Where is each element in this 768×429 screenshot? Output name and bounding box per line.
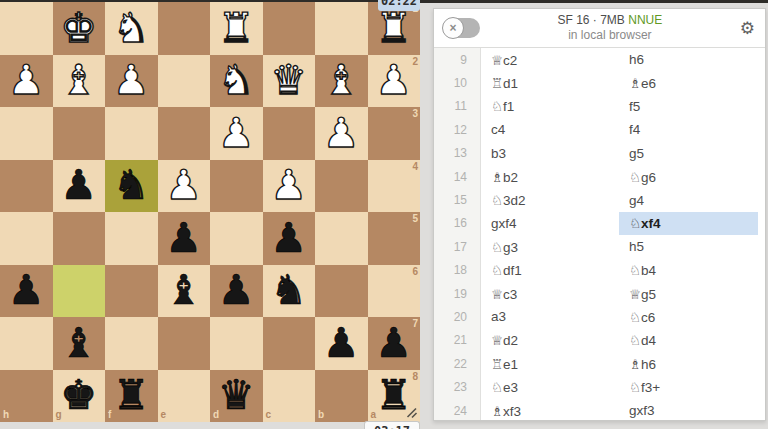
square-a6[interactable]: 6 [368,265,421,318]
toggle-off-icon: × [442,17,464,39]
square-g7[interactable]: ♝ [53,317,106,370]
move-number: 18 [434,259,481,282]
square-d8[interactable]: ♛d [210,370,263,423]
opponent-clock: 02:22 [378,0,420,11]
square-b1[interactable] [315,2,368,55]
square-a4[interactable]: 4 [368,160,421,213]
square-e6[interactable]: ♝ [158,265,211,318]
square-d6[interactable]: ♟ [210,265,263,318]
file-label: a [371,410,377,420]
square-f6[interactable] [105,265,158,318]
move-white[interactable]: ♗xf3 [481,399,619,420]
move-white[interactable]: b3 [481,142,619,165]
move-row: 23♘e3♘f3+ [434,375,765,398]
white-pawn: ♟ [263,160,316,213]
square-b6[interactable] [315,265,368,318]
square-d7[interactable] [210,317,263,370]
file-label: b [318,410,324,420]
move-row: 24♗xf3gxf3 [434,399,765,420]
move-row: 15♘3d2g4 [434,188,765,211]
file-label: h [3,410,9,420]
move-black[interactable]: ♗e6 [619,71,758,94]
square-h7[interactable] [0,317,53,370]
black-pawn: ♟ [210,265,263,318]
move-number: 14 [434,165,481,188]
file-label: f [108,410,111,420]
move-white[interactable]: ♕d2 [481,329,619,352]
white-pawn: ♟ [105,55,158,108]
move-white[interactable]: ♘g3 [481,235,619,258]
square-c6[interactable]: ♞ [263,265,316,318]
move-row: 16gxf4♘xf4 [434,212,765,235]
square-f5[interactable] [105,212,158,265]
square-e7[interactable] [158,317,211,370]
square-g3[interactable] [53,107,106,160]
square-h4[interactable] [0,160,53,213]
black-rook: ♜ [105,370,158,423]
file-label: e [161,410,167,420]
square-f3[interactable] [105,107,158,160]
square-e2[interactable] [158,55,211,108]
square-e3[interactable] [158,107,211,160]
rank-label: 3 [412,109,418,119]
move-number: 11 [434,95,481,118]
black-pawn: ♟ [263,212,316,265]
move-white[interactable]: ♕c2 [481,48,619,71]
black-bishop: ♝ [158,265,211,318]
move-number: 15 [434,188,481,211]
chess-board: ♚♞♜♜1♟♝♟♞♛♝♟2♟♟3♟♞♟♟4♟♟5♟♝♟♞6♝♟♟7h♚g♜fe♛… [0,2,420,422]
move-white[interactable]: ♕c3 [481,282,619,305]
engine-name: SF 16 · 7MB NNUE [480,13,740,28]
white-bishop: ♝ [53,55,106,108]
rank-label: 7 [412,319,418,329]
move-black[interactable]: f5 [619,95,758,118]
square-b2[interactable]: ♝ [315,55,368,108]
move-row: 9♕c2h6 [434,48,765,71]
move-number: 22 [434,352,481,375]
gear-icon[interactable]: ⚙ [740,18,755,39]
square-a7[interactable]: ♟7 [368,317,421,370]
move-row: 10♖d1♗e6 [434,71,765,94]
square-e4[interactable]: ♟ [158,160,211,213]
white-pawn: ♟ [0,55,53,108]
move-black[interactable]: ♕g5 [619,282,758,305]
file-label: c [266,410,272,420]
engine-name-text: SF 16 · 7MB [558,13,625,27]
engine-header: × SF 16 · 7MB NNUE in local browser ⚙ [434,9,765,48]
rank-label: 4 [412,162,418,172]
square-c4[interactable]: ♟ [263,160,316,213]
square-f7[interactable] [105,317,158,370]
white-pawn: ♟ [158,160,211,213]
move-white[interactable]: ♖e1 [481,352,619,375]
move-black[interactable]: f4 [619,118,758,141]
square-h6[interactable]: ♟ [0,265,53,318]
square-h8[interactable]: h [0,370,53,423]
square-f1[interactable]: ♞ [105,2,158,55]
move-row: 19♕c3♕g5 [434,282,765,305]
analysis-panel: × SF 16 · 7MB NNUE in local browser ⚙ 9♕… [433,8,766,421]
move-black[interactable]: ♘g6 [619,165,758,188]
move-row: 18♘df1♘b4 [434,259,765,282]
square-c2[interactable]: ♛ [263,55,316,108]
move-row: 20a3♘c6 [434,305,765,328]
square-e1[interactable] [158,2,211,55]
move-black[interactable]: ♘c6 [619,305,758,328]
square-g5[interactable] [53,212,106,265]
move-row: 14♗b2♘g6 [434,165,765,188]
rank-label: 6 [412,267,418,277]
move-number: 21 [434,329,481,352]
resize-handle-icon[interactable] [405,406,418,419]
square-f8[interactable]: ♜f [105,370,158,423]
square-g1[interactable]: ♚ [53,2,106,55]
square-a3[interactable]: 3 [368,107,421,160]
nnue-badge: NNUE [628,13,662,27]
square-g4[interactable]: ♟ [53,160,106,213]
white-knight: ♞ [105,2,158,55]
white-pawn: ♟ [315,107,368,160]
rank-label: 8 [412,372,418,382]
move-row: 11♘f1f5 [434,95,765,118]
square-b5[interactable] [315,212,368,265]
move-white[interactable]: ♖d1 [481,71,619,94]
file-label: d [213,410,219,420]
square-e5[interactable]: ♟ [158,212,211,265]
square-c3[interactable] [263,107,316,160]
square-c7[interactable] [263,317,316,370]
square-c5[interactable]: ♟ [263,212,316,265]
move-white[interactable]: ♘df1 [481,259,619,282]
move-number: 16 [434,212,481,235]
black-knight: ♞ [263,265,316,318]
move-number: 10 [434,71,481,94]
move-white[interactable]: ♗b2 [481,165,619,188]
move-black[interactable]: h5 [619,235,758,258]
move-row: 13b3g5 [434,142,765,165]
move-white[interactable]: ♘f1 [481,95,619,118]
white-knight: ♞ [210,55,263,108]
move-white[interactable]: gxf4 [481,212,619,235]
move-black[interactable]: ♗h6 [619,352,758,375]
white-rook: ♜ [210,2,263,55]
square-d3[interactable]: ♟ [210,107,263,160]
square-h5[interactable] [0,212,53,265]
square-f2[interactable]: ♟ [105,55,158,108]
move-white[interactable]: ♘e3 [481,375,619,398]
rank-label: 2 [412,57,418,67]
square-b7[interactable]: ♟ [315,317,368,370]
black-pawn: ♟ [315,317,368,370]
square-b8[interactable]: b [315,370,368,423]
white-queen: ♛ [263,55,316,108]
move-white[interactable]: c4 [481,118,619,141]
move-black[interactable]: g4 [619,188,758,211]
move-number: 24 [434,399,481,420]
move-number: 23 [434,375,481,398]
square-c8[interactable]: c [263,370,316,423]
move-black[interactable]: ♘f3+ [619,375,758,398]
white-bishop: ♝ [315,55,368,108]
square-h1[interactable] [0,2,53,55]
square-g8[interactable]: ♚g [53,370,106,423]
square-d1[interactable]: ♜ [210,2,263,55]
player-clock: 03:17 [364,421,420,429]
move-black[interactable]: gxf3 [619,399,758,420]
black-pawn: ♟ [158,212,211,265]
square-a5[interactable]: 5 [368,212,421,265]
engine-toggle[interactable]: × [443,18,480,38]
square-d4[interactable] [210,160,263,213]
move-row: 22♖e1♗h6 [434,352,765,375]
engine-location: in local browser [480,28,740,43]
square-e8[interactable]: e [158,370,211,423]
black-knight: ♞ [105,160,158,213]
move-number: 13 [434,142,481,165]
move-number: 12 [434,118,481,141]
move-row: 21♕d2♘d4 [434,329,765,352]
square-b4[interactable] [315,160,368,213]
move-black[interactable]: h6 [619,48,758,71]
move-black[interactable]: g5 [619,142,758,165]
square-h3[interactable] [0,107,53,160]
square-d2[interactable]: ♞ [210,55,263,108]
move-number: 9 [434,48,481,71]
rank-label: 5 [412,214,418,224]
move-black[interactable]: ♘xf4 [619,212,758,235]
move-white[interactable]: ♘3d2 [481,188,619,211]
square-a2[interactable]: ♟2 [368,55,421,108]
move-row: 12c4f4 [434,118,765,141]
move-number: 17 [434,235,481,258]
square-d5[interactable] [210,212,263,265]
black-pawn: ♟ [53,160,106,213]
black-pawn: ♟ [0,265,53,318]
move-number: 20 [434,305,481,328]
square-h2[interactable]: ♟ [0,55,53,108]
move-black[interactable]: ♘b4 [619,259,758,282]
move-black[interactable]: ♘d4 [619,329,758,352]
square-g2[interactable]: ♝ [53,55,106,108]
move-white[interactable]: a3 [481,305,619,328]
square-c1[interactable] [263,2,316,55]
move-number: 19 [434,282,481,305]
file-label: g [56,410,62,420]
white-pawn: ♟ [210,107,263,160]
white-king: ♚ [53,2,106,55]
square-b3[interactable]: ♟ [315,107,368,160]
engine-info: SF 16 · 7MB NNUE in local browser [480,13,740,43]
black-bishop: ♝ [53,317,106,370]
move-row: 17♘g3h5 [434,235,765,258]
move-list: 9♕c2h610♖d1♗e611♘f1f512c4f413b3g514♗b2♘g… [434,48,765,420]
square-f4[interactable]: ♞ [105,160,158,213]
square-g6[interactable] [53,265,106,318]
